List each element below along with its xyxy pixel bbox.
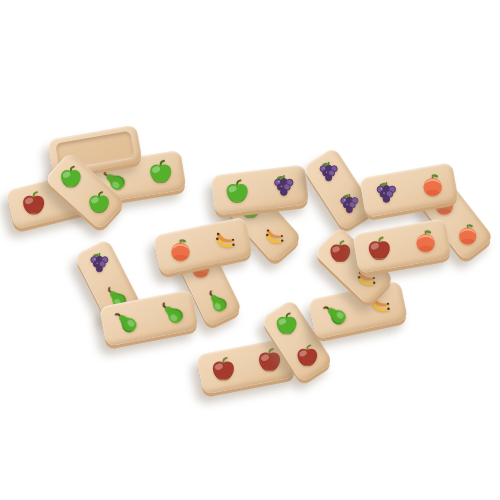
pear-icon <box>198 282 237 321</box>
red-apple-icon <box>364 235 394 265</box>
orange-icon <box>165 236 195 266</box>
grapes-icon <box>268 172 298 202</box>
tile-half <box>399 218 452 266</box>
red-apple-icon <box>254 347 284 377</box>
tile-half <box>196 346 250 394</box>
tile-half <box>211 170 263 215</box>
grapes-icon <box>85 250 113 278</box>
orange-icon <box>454 221 482 249</box>
red-apple-icon <box>208 355 238 385</box>
orange-icon <box>417 171 447 201</box>
tile-half <box>99 298 153 346</box>
green-apple-icon <box>145 158 175 188</box>
grapes-icon <box>371 179 401 209</box>
tile-half <box>145 289 199 337</box>
green-apple-icon <box>57 164 85 192</box>
tile-half <box>352 226 405 274</box>
grapes-icon <box>335 191 363 219</box>
grapes-icon <box>315 159 343 187</box>
table-scene <box>0 0 500 500</box>
domino-tile-green-apple-grapes[interactable] <box>211 164 309 215</box>
pear-icon <box>151 292 193 334</box>
banana-icon <box>262 223 290 251</box>
tile-half <box>134 150 187 197</box>
tile-half <box>199 217 253 266</box>
green-apple-icon <box>273 311 301 339</box>
tile-half <box>308 290 362 339</box>
red-apple-icon <box>326 239 354 267</box>
green-apple-icon <box>222 178 252 208</box>
tile-half <box>258 164 310 209</box>
pear-icon <box>314 294 356 336</box>
tile-half <box>359 170 412 218</box>
pear-icon <box>105 301 147 343</box>
domino-tile-red-apple-orange[interactable] <box>352 218 452 274</box>
banana-icon <box>211 226 241 256</box>
tile-half <box>406 162 459 210</box>
red-apple-icon <box>18 190 48 220</box>
red-apple-icon <box>293 343 321 371</box>
green-apple-icon <box>85 190 113 218</box>
orange-icon <box>410 227 440 257</box>
